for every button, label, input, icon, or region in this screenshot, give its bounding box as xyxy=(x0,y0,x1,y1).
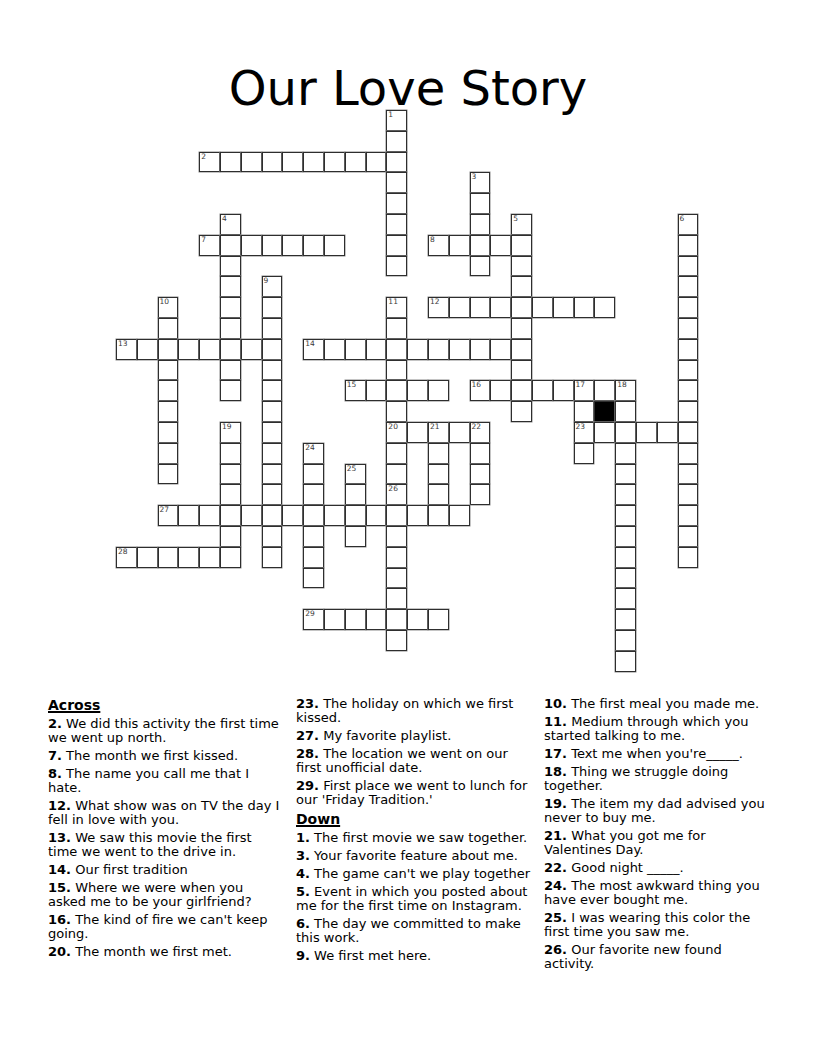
clue-down-17: 17. Text me when you're_____. xyxy=(544,747,776,761)
grid-cell-r9c17[interactable] xyxy=(470,297,491,318)
grid-cell-r2c10[interactable] xyxy=(324,152,345,173)
grid-cell-r16c13[interactable] xyxy=(386,443,407,464)
clue-number: 21. xyxy=(544,828,567,843)
grid-cell-r19c12[interactable] xyxy=(366,505,387,526)
grid-cell-r19c27[interactable] xyxy=(678,505,699,526)
clue-down-19: 19. The item my dad advised you never to… xyxy=(544,797,776,825)
grid-cell-r2c7[interactable] xyxy=(262,152,283,173)
grid-cell-r15c23[interactable] xyxy=(594,422,615,443)
clue-down-4: 4. The game can't we play together xyxy=(296,867,532,881)
grid-cell-r19c11[interactable] xyxy=(345,505,366,526)
grid-cell-r2c12[interactable] xyxy=(366,152,387,173)
grid-cell-r21c9[interactable] xyxy=(303,547,324,568)
cell-number-11: 11 xyxy=(388,298,398,306)
clue-across-20: 20. The month we first met. xyxy=(48,945,284,959)
grid-cell-r24c12[interactable] xyxy=(366,609,387,630)
clue-down-25: 25. I was wearing this color the first t… xyxy=(544,911,776,939)
clue-down-26: 26. Our favorite new found activity. xyxy=(544,943,776,971)
grid-cell-r24c9[interactable]: 29 xyxy=(303,609,324,630)
crossword-grid: 1234567891011121314151617181920212223242… xyxy=(116,110,698,672)
grid-cell-r2c9[interactable] xyxy=(303,152,324,173)
grid-cell-r25c24[interactable] xyxy=(615,630,636,651)
cell-number-19: 19 xyxy=(222,423,232,431)
clue-number: 7. xyxy=(48,748,62,763)
clue-down-6: 6. The day we committed to make this wor… xyxy=(296,917,532,945)
grid-cell-r16c27[interactable] xyxy=(678,443,699,464)
clue-number: 4. xyxy=(296,866,310,881)
grid-cell-r17c17[interactable] xyxy=(470,464,491,485)
clue-number: 3. xyxy=(296,848,310,863)
grid-cell-r15c16[interactable] xyxy=(449,422,470,443)
clue-number: 12. xyxy=(48,798,71,813)
grid-cell-r11c1[interactable] xyxy=(137,339,158,360)
clue-down-5: 5. Event in which you posted about me fo… xyxy=(296,885,532,913)
grid-cell-r7c5[interactable] xyxy=(220,256,241,277)
clue-column-3: 10. The first meal you made me.11. Mediu… xyxy=(544,697,776,975)
clue-number: 18. xyxy=(544,764,567,779)
cell-number-6: 6 xyxy=(680,215,685,223)
grid-cell-r13c19[interactable] xyxy=(511,380,532,401)
grid-cell-r24c24[interactable] xyxy=(615,609,636,630)
clue-number: 8. xyxy=(48,766,62,781)
grid-cell-r18c9[interactable] xyxy=(303,484,324,505)
grid-cell-r20c7[interactable] xyxy=(262,526,283,547)
cell-number-21: 21 xyxy=(430,423,440,431)
grid-cell-r21c2[interactable] xyxy=(158,547,179,568)
clue-across-8: 8. The name you call me that I hate. xyxy=(48,767,284,795)
clue-number: 13. xyxy=(48,830,71,845)
cell-number-4: 4 xyxy=(222,215,227,223)
clue-column-1: Across 2. We did this activity the first… xyxy=(48,697,284,975)
clue-number: 11. xyxy=(544,714,567,729)
grid-cell-r17c7[interactable] xyxy=(262,464,283,485)
grid-cell-r4c13[interactable] xyxy=(386,193,407,214)
cell-number-13: 13 xyxy=(118,340,128,348)
grid-cell-r15c13[interactable]: 20 xyxy=(386,422,407,443)
grid-cell-r18c17[interactable] xyxy=(470,484,491,505)
clue-number: 22. xyxy=(544,860,567,875)
grid-cell-r9c21[interactable] xyxy=(553,297,574,318)
grid-cell-r11c27[interactable] xyxy=(678,339,699,360)
grid-cell-r9c15[interactable]: 12 xyxy=(428,297,449,318)
grid-cell-r13c11[interactable]: 15 xyxy=(345,380,366,401)
grid-cell-r16c17[interactable] xyxy=(470,443,491,464)
grid-cell-r2c8[interactable] xyxy=(282,152,303,173)
grid-cell-r21c3[interactable] xyxy=(178,547,199,568)
grid-cell-r15c14[interactable] xyxy=(407,422,428,443)
grid-cell-r21c27[interactable] xyxy=(678,547,699,568)
grid-cell-r18c24[interactable] xyxy=(615,484,636,505)
down-clues-part1: 1. The first movie we saw together.3. Yo… xyxy=(296,831,532,963)
cell-number-14: 14 xyxy=(305,340,315,348)
grid-cell-r14c19[interactable] xyxy=(511,401,532,422)
grid-cell-r19c4[interactable] xyxy=(199,505,220,526)
grid-cell-r13c20[interactable] xyxy=(532,380,553,401)
grid-cell-r14c22[interactable] xyxy=(574,401,595,422)
grid-cell-r15c2[interactable] xyxy=(158,422,179,443)
clue-down-18: 18. Thing we struggle doing together. xyxy=(544,765,776,793)
puzzle-title: Our Love Story xyxy=(0,62,816,115)
grid-cell-r7c19[interactable] xyxy=(511,256,532,277)
grid-cell-r11c15[interactable] xyxy=(428,339,449,360)
grid-cell-r6c15[interactable]: 8 xyxy=(428,235,449,256)
clue-across-7: 7. The month we first kissed. xyxy=(48,749,284,763)
grid-cell-r7c13[interactable] xyxy=(386,256,407,277)
cell-number-1: 1 xyxy=(388,111,393,119)
grid-cell-r19c3[interactable] xyxy=(178,505,199,526)
clue-number: 29. xyxy=(296,778,319,793)
grid-cell-r18c15[interactable] xyxy=(428,484,449,505)
clue-number: 9. xyxy=(296,948,310,963)
grid-cell-r10c19[interactable] xyxy=(511,318,532,339)
grid-cell-r18c7[interactable] xyxy=(262,484,283,505)
grid-cell-r6c7[interactable] xyxy=(262,235,283,256)
grid-cell-r9c22[interactable] xyxy=(574,297,595,318)
grid-cell-r18c11[interactable] xyxy=(345,484,366,505)
grid-cell-r13c27[interactable] xyxy=(678,380,699,401)
clue-across-2: 2. We did this activity the first time w… xyxy=(48,717,284,745)
clue-down-11: 11. Medium through which you started tal… xyxy=(544,715,776,743)
clue-number: 10. xyxy=(544,696,567,711)
grid-cell-r5c27[interactable]: 6 xyxy=(678,214,699,235)
clue-across-29: 29. First place we went to lunch for our… xyxy=(296,779,532,807)
clue-number: 20. xyxy=(48,944,71,959)
grid-cell-r7c27[interactable] xyxy=(678,256,699,277)
grid-cell-r19c10[interactable] xyxy=(324,505,345,526)
grid-cell-r19c5[interactable] xyxy=(220,505,241,526)
grid-cell-r15c5[interactable]: 19 xyxy=(220,422,241,443)
grid-cell-r6c4[interactable]: 7 xyxy=(199,235,220,256)
cell-number-29: 29 xyxy=(305,610,315,618)
grid-cell-r10c27[interactable] xyxy=(678,318,699,339)
grid-cell-r20c24[interactable] xyxy=(615,526,636,547)
clue-across-14: 14. Our first tradition xyxy=(48,863,284,877)
grid-cell-r9c23[interactable] xyxy=(594,297,615,318)
clue-down-1: 1. The first movie we saw together. xyxy=(296,831,532,845)
grid-cell-r15c17[interactable]: 22 xyxy=(470,422,491,443)
clue-column-2: 23. The holiday on which we first kissed… xyxy=(296,697,532,975)
clue-number: 26. xyxy=(544,942,567,957)
grid-cell-r11c4[interactable] xyxy=(199,339,220,360)
grid-cell-r6c5[interactable] xyxy=(220,235,241,256)
grid-cell-r4c17[interactable] xyxy=(470,193,491,214)
cell-number-25: 25 xyxy=(347,465,357,473)
grid-cell-r11c17[interactable] xyxy=(470,339,491,360)
grid-cell-r13c5[interactable] xyxy=(220,380,241,401)
grid-cell-r19c16[interactable] xyxy=(449,505,470,526)
grid-cell-r20c13[interactable] xyxy=(386,526,407,547)
grid-cell-r17c27[interactable] xyxy=(678,464,699,485)
grid-cell-r6c18[interactable] xyxy=(490,235,511,256)
grid-cell-r19c13[interactable] xyxy=(386,505,407,526)
grid-cell-r5c17[interactable] xyxy=(470,214,491,235)
crossword-page: Our Love Story 1234567891011121314151617… xyxy=(0,0,816,1056)
grid-cell-r17c5[interactable] xyxy=(220,464,241,485)
cell-number-9: 9 xyxy=(264,277,269,285)
grid-cell-r15c22[interactable]: 23 xyxy=(574,422,595,443)
grid-cell-r13c7[interactable] xyxy=(262,380,283,401)
clue-down-21: 21. What you got me for Valentines Day. xyxy=(544,829,776,857)
grid-cell-r15c24[interactable] xyxy=(615,422,636,443)
clue-number: 28. xyxy=(296,746,319,761)
cell-number-15: 15 xyxy=(347,381,357,389)
grid-cell-r6c17[interactable] xyxy=(470,235,491,256)
grid-cell-r11c18[interactable] xyxy=(490,339,511,360)
grid-cell-r24c13[interactable] xyxy=(386,609,407,630)
clue-across-13: 13. We saw this movie the first time we … xyxy=(48,831,284,859)
clue-number: 27. xyxy=(296,728,319,743)
grid-cell-r12c13[interactable] xyxy=(386,360,407,381)
grid-cell-r16c24[interactable] xyxy=(615,443,636,464)
grid-cell-r22c13[interactable] xyxy=(386,568,407,589)
grid-cell-r17c9[interactable] xyxy=(303,464,324,485)
grid-cell-r6c27[interactable] xyxy=(678,235,699,256)
grid-cell-r11c5[interactable] xyxy=(220,339,241,360)
cell-number-8: 8 xyxy=(430,236,435,244)
cell-number-10: 10 xyxy=(160,298,170,306)
grid-cell-r14c13[interactable] xyxy=(386,401,407,422)
grid-cell-r14c24[interactable] xyxy=(615,401,636,422)
grid-cell-r11c0[interactable]: 13 xyxy=(116,339,137,360)
grid-cell-r10c2[interactable] xyxy=(158,318,179,339)
grid-cell-r13c21[interactable] xyxy=(553,380,574,401)
grid-cell-r11c3[interactable] xyxy=(178,339,199,360)
grid-cell-r24c11[interactable] xyxy=(345,609,366,630)
grid-cell-r12c2[interactable] xyxy=(158,360,179,381)
grid-cell-r6c10[interactable] xyxy=(324,235,345,256)
grid-cell-r2c6[interactable] xyxy=(241,152,262,173)
grid-cell-r9c20[interactable] xyxy=(532,297,553,318)
grid-cell-r26c24[interactable] xyxy=(615,651,636,672)
clue-across-12: 12. What show was on TV the day I fell i… xyxy=(48,799,284,827)
down-header: Down xyxy=(296,811,532,827)
grid-cell-r1c13[interactable] xyxy=(386,131,407,152)
grid-cell-r18c13[interactable]: 26 xyxy=(386,484,407,505)
grid-cell-r11c13[interactable] xyxy=(386,339,407,360)
grid-cell-r14c7[interactable] xyxy=(262,401,283,422)
grid-cell-r23c24[interactable] xyxy=(615,588,636,609)
cell-number-16: 16 xyxy=(472,381,482,389)
clue-number: 16. xyxy=(48,912,71,927)
grid-cell-r7c17[interactable] xyxy=(470,256,491,277)
grid-cell-r13c14[interactable] xyxy=(407,380,428,401)
grid-cell-r11c2[interactable] xyxy=(158,339,179,360)
grid-cell-r19c14[interactable] xyxy=(407,505,428,526)
grid-cell-r6c13[interactable] xyxy=(386,235,407,256)
grid-cell-r15c7[interactable] xyxy=(262,422,283,443)
grid-cell-r12c5[interactable] xyxy=(220,360,241,381)
grid-cell-r17c13[interactable] xyxy=(386,464,407,485)
grid-cell-r22c24[interactable] xyxy=(615,568,636,589)
grid-cell-r19c6[interactable] xyxy=(241,505,262,526)
grid-cell-r11c10[interactable] xyxy=(324,339,345,360)
clue-down-3: 3. Your favorite feature about me. xyxy=(296,849,532,863)
grid-cell-r23c13[interactable] xyxy=(386,588,407,609)
grid-cell-r13c2[interactable] xyxy=(158,380,179,401)
clue-number: 5. xyxy=(296,884,310,899)
grid-cell-r6c19[interactable] xyxy=(511,235,532,256)
grid-cell-r13c12[interactable] xyxy=(366,380,387,401)
grid-cell-r18c27[interactable] xyxy=(678,484,699,505)
clue-number: 6. xyxy=(296,916,310,931)
cell-number-18: 18 xyxy=(617,381,627,389)
grid-cell-r10c7[interactable] xyxy=(262,318,283,339)
grid-cell-r6c6[interactable] xyxy=(241,235,262,256)
grid-cell-r25c13[interactable] xyxy=(386,630,407,651)
grid-cell-r9c7[interactable] xyxy=(262,297,283,318)
grid-cell-r17c2[interactable] xyxy=(158,464,179,485)
grid-cell-r21c7[interactable] xyxy=(262,547,283,568)
cell-number-26: 26 xyxy=(388,485,398,493)
grid-cell-r17c24[interactable] xyxy=(615,464,636,485)
cell-number-2: 2 xyxy=(201,153,206,161)
grid-cell-r6c8[interactable] xyxy=(282,235,303,256)
across-clues-part2: 23. The holiday on which we first kissed… xyxy=(296,697,532,807)
grid-cell-r9c18[interactable] xyxy=(490,297,511,318)
grid-cell-r19c7[interactable] xyxy=(262,505,283,526)
grid-cell-r21c0[interactable]: 28 xyxy=(116,547,137,568)
grid-cell-r13c22[interactable]: 17 xyxy=(574,380,595,401)
clue-number: 14. xyxy=(48,862,71,877)
clue-section: Across 2. We did this activity the first… xyxy=(48,697,776,975)
grid-cell-r13c13[interactable] xyxy=(386,380,407,401)
grid-cell-r22c9[interactable] xyxy=(303,568,324,589)
clue-across-15: 15. Where we were when you asked me to b… xyxy=(48,881,284,909)
clue-number: 24. xyxy=(544,878,567,893)
grid-cell-r8c7[interactable]: 9 xyxy=(262,276,283,297)
grid-cell-r9c27[interactable] xyxy=(678,297,699,318)
clue-number: 23. xyxy=(296,696,319,711)
grid-cell-r24c15[interactable] xyxy=(428,609,449,630)
grid-cell-r3c13[interactable] xyxy=(386,172,407,193)
black-cell-r14c23 xyxy=(594,401,615,422)
grid-cell-r13c15[interactable] xyxy=(428,380,449,401)
grid-cell-r18c5[interactable] xyxy=(220,484,241,505)
grid-cell-r16c22[interactable] xyxy=(574,443,595,464)
clue-number: 2. xyxy=(48,716,62,731)
grid-cell-r20c9[interactable] xyxy=(303,526,324,547)
grid-cell-r6c16[interactable] xyxy=(449,235,470,256)
grid-cell-r19c8[interactable] xyxy=(282,505,303,526)
clue-down-22: 22. Good night _____. xyxy=(544,861,776,875)
grid-cell-r2c11[interactable] xyxy=(345,152,366,173)
grid-cell-r11c14[interactable] xyxy=(407,339,428,360)
clue-number: 15. xyxy=(48,880,71,895)
grid-cell-r24c14[interactable] xyxy=(407,609,428,630)
grid-cell-r13c24[interactable]: 18 xyxy=(615,380,636,401)
clue-number: 1. xyxy=(296,830,310,845)
cell-number-5: 5 xyxy=(513,215,518,223)
grid-cell-r11c12[interactable] xyxy=(366,339,387,360)
grid-cell-r21c4[interactable] xyxy=(199,547,220,568)
grid-cell-r9c13[interactable]: 11 xyxy=(386,297,407,318)
grid-cell-r20c11[interactable] xyxy=(345,526,366,547)
grid-cell-r2c5[interactable] xyxy=(220,152,241,173)
grid-cell-r11c19[interactable] xyxy=(511,339,532,360)
cell-number-12: 12 xyxy=(430,298,440,306)
grid-cell-r5c5[interactable]: 4 xyxy=(220,214,241,235)
grid-cell-r19c15[interactable] xyxy=(428,505,449,526)
grid-cell-r9c5[interactable] xyxy=(220,297,241,318)
grid-cell-r15c25[interactable] xyxy=(636,422,657,443)
grid-cell-r13c23[interactable] xyxy=(594,380,615,401)
cell-number-28: 28 xyxy=(118,548,128,556)
grid-cell-r10c5[interactable] xyxy=(220,318,241,339)
grid-cell-r17c15[interactable] xyxy=(428,464,449,485)
grid-cell-r11c7[interactable] xyxy=(262,339,283,360)
grid-cell-r16c5[interactable] xyxy=(220,443,241,464)
cell-number-20: 20 xyxy=(388,423,398,431)
grid-cell-r3c17[interactable]: 3 xyxy=(470,172,491,193)
grid-cell-r11c16[interactable] xyxy=(449,339,470,360)
grid-cell-r8c19[interactable] xyxy=(511,276,532,297)
grid-cell-r12c7[interactable] xyxy=(262,360,283,381)
grid-cell-r19c24[interactable] xyxy=(615,505,636,526)
grid-cell-r21c24[interactable] xyxy=(615,547,636,568)
grid-cell-r16c7[interactable] xyxy=(262,443,283,464)
grid-cell-r8c5[interactable] xyxy=(220,276,241,297)
grid-cell-r2c4[interactable]: 2 xyxy=(199,152,220,173)
grid-cell-r16c2[interactable] xyxy=(158,443,179,464)
grid-cell-r6c9[interactable] xyxy=(303,235,324,256)
grid-cell-r10c13[interactable] xyxy=(386,318,407,339)
clue-number: 19. xyxy=(544,796,567,811)
grid-cell-r14c2[interactable] xyxy=(158,401,179,422)
grid-cell-r9c16[interactable] xyxy=(449,297,470,318)
grid-cell-r15c15[interactable]: 21 xyxy=(428,422,449,443)
grid-cell-r15c27[interactable] xyxy=(678,422,699,443)
grid-cell-r20c27[interactable] xyxy=(678,526,699,547)
grid-cell-r11c11[interactable] xyxy=(345,339,366,360)
grid-cell-r9c19[interactable] xyxy=(511,297,532,318)
cell-number-3: 3 xyxy=(472,173,477,181)
grid-cell-r5c13[interactable] xyxy=(386,214,407,235)
grid-cell-r11c9[interactable]: 14 xyxy=(303,339,324,360)
down-clues-part2: 10. The first meal you made me.11. Mediu… xyxy=(544,697,776,971)
grid-cell-r17c11[interactable]: 25 xyxy=(345,464,366,485)
grid-cell-r19c9[interactable] xyxy=(303,505,324,526)
grid-cell-r11c6[interactable] xyxy=(241,339,262,360)
grid-cell-r16c9[interactable]: 24 xyxy=(303,443,324,464)
grid-cell-r24c10[interactable] xyxy=(324,609,345,630)
cell-number-27: 27 xyxy=(160,506,170,514)
grid-cell-r8c27[interactable] xyxy=(678,276,699,297)
grid-cell-r13c17[interactable]: 16 xyxy=(470,380,491,401)
grid-cell-r20c5[interactable] xyxy=(220,526,241,547)
across-header: Across xyxy=(48,697,284,713)
grid-cell-r12c19[interactable] xyxy=(511,360,532,381)
cell-number-24: 24 xyxy=(305,444,315,452)
grid-cell-r21c13[interactable] xyxy=(386,547,407,568)
grid-cell-r12c27[interactable] xyxy=(678,360,699,381)
clue-number: 25. xyxy=(544,910,567,925)
grid-cell-r15c26[interactable] xyxy=(657,422,678,443)
grid-cell-r0c13[interactable]: 1 xyxy=(386,110,407,131)
grid-cell-r19c2[interactable]: 27 xyxy=(158,505,179,526)
grid-cell-r5c19[interactable]: 5 xyxy=(511,214,532,235)
clue-across-27: 27. My favorite playlist. xyxy=(296,729,532,743)
grid-cell-r14c27[interactable] xyxy=(678,401,699,422)
grid-cell-r21c1[interactable] xyxy=(137,547,158,568)
clue-down-9: 9. We first met here. xyxy=(296,949,532,963)
grid-cell-r16c15[interactable] xyxy=(428,443,449,464)
grid-cell-r21c5[interactable] xyxy=(220,547,241,568)
cell-number-22: 22 xyxy=(472,423,482,431)
grid-cell-r2c13[interactable] xyxy=(386,152,407,173)
grid-cell-r9c2[interactable]: 10 xyxy=(158,297,179,318)
grid-cell-r13c18[interactable] xyxy=(490,380,511,401)
cell-number-7: 7 xyxy=(201,236,206,244)
